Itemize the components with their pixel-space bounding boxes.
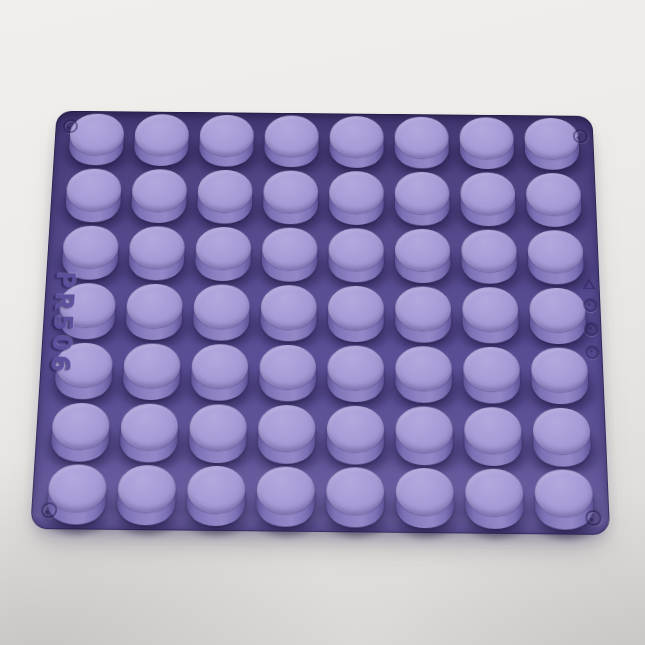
mold-cavity-bump — [110, 463, 182, 527]
mold-cavity-bump — [321, 343, 389, 404]
circle-mark-4 — [584, 345, 599, 359]
circle-mark-3 — [583, 322, 598, 336]
bump-top-face — [465, 469, 523, 516]
mold-cavity-bump — [256, 226, 323, 285]
bump-top-face — [460, 117, 514, 158]
bump-top-face — [258, 405, 315, 451]
bump-top-face — [265, 115, 319, 156]
bump-top-face — [524, 118, 579, 159]
mold-cavity-bump — [116, 341, 186, 402]
bump-top-face — [189, 404, 247, 450]
bump-top-face — [395, 286, 450, 330]
mold-cavity-bump — [187, 283, 256, 343]
bump-top-face — [535, 470, 594, 517]
corner-dimple-top-right — [573, 129, 588, 143]
bump-top-face — [328, 345, 384, 390]
mold-cavity-bump — [527, 406, 598, 469]
mold-cavity-bump — [182, 402, 253, 465]
mold-cavity-bump — [185, 342, 255, 403]
bump-top-face — [327, 406, 384, 452]
mold-cavity-bump — [250, 465, 321, 529]
bump-top-face — [533, 408, 591, 454]
mold-cavity-bump — [113, 402, 184, 465]
bump-top-face — [261, 285, 317, 329]
bump-top-face — [396, 406, 453, 452]
bump-top-face — [329, 171, 383, 213]
mold-cavity-bump — [390, 344, 459, 405]
mold-cavity-bump — [389, 227, 456, 286]
mold-cavity-bump — [522, 228, 591, 287]
mold-cavity-bump — [455, 227, 523, 286]
mold-cavity-bump — [125, 168, 193, 225]
bump-top-face — [193, 284, 249, 328]
mold-cavity-bump — [59, 167, 128, 224]
mold-cavity-bump — [128, 112, 195, 168]
corner-dimple-bottom-right — [585, 510, 602, 526]
mold-cavity-bump — [324, 114, 389, 170]
bump-top-face — [395, 229, 450, 272]
mold-cavity-bump — [191, 168, 258, 225]
mold-cavity-bump — [321, 404, 390, 467]
mold-cavity-bump — [253, 343, 322, 404]
mold-cavity-bump — [458, 405, 528, 468]
silicone-mold: PR506 — [30, 111, 610, 535]
bump-top-face — [462, 287, 518, 331]
mold-cavity-bump — [252, 403, 322, 466]
mold-cavity-bump — [119, 282, 189, 342]
bump-top-face — [199, 115, 253, 156]
bump-top-face — [463, 346, 520, 391]
mold-cavity-bump — [322, 284, 390, 344]
mold-cavity-bump — [189, 225, 257, 284]
bump-top-face — [395, 172, 449, 214]
bump-top-face — [330, 116, 383, 157]
mold-cavity-bump — [459, 467, 530, 531]
bump-top-face — [461, 229, 516, 272]
bump-top-face — [263, 171, 318, 213]
bump-top-face — [460, 173, 515, 215]
mold-cavity-bump — [193, 113, 260, 169]
photo-background: PR506 — [0, 0, 645, 645]
bump-top-face — [396, 346, 452, 391]
bump-top-face — [326, 468, 383, 515]
mold-cavity-bump — [122, 224, 191, 282]
bump-top-face — [257, 467, 315, 514]
mold-cavity-bump — [455, 171, 522, 228]
bump-top-face — [526, 173, 581, 215]
mold-cavity-bump — [454, 115, 520, 171]
mold-cavity-bump — [389, 170, 455, 227]
bump-top-face — [531, 347, 588, 392]
mold-cavity-bump — [518, 116, 585, 172]
bump-top-face — [395, 117, 449, 158]
mold-cavity-bump — [44, 401, 116, 464]
mold-cavity-bump — [520, 171, 588, 228]
mold-cavity-bump — [389, 285, 457, 345]
mold-cavity-bump — [180, 464, 251, 528]
circle-mark-2 — [582, 298, 597, 312]
mold-cavity-bump — [257, 169, 324, 226]
bump-top-face — [262, 227, 317, 270]
bump-top-face — [464, 407, 521, 453]
mold-cavity-bump — [258, 114, 324, 170]
bump-top-face — [396, 468, 453, 515]
bump-top-face — [328, 286, 383, 330]
triangle-mark-1 — [582, 278, 596, 289]
mold-cavity-bump — [320, 466, 390, 530]
mold-cavity-bump — [390, 404, 459, 467]
bump-top-face — [259, 344, 315, 389]
mold-cavity-bump — [323, 226, 390, 285]
mold-cavity-bump — [457, 345, 526, 406]
cavity-grid — [30, 111, 610, 535]
mold-cavity-bump — [456, 285, 525, 345]
embossed-model-number: PR506 — [45, 271, 80, 376]
mold-cavity-bump — [254, 283, 322, 343]
bump-top-face — [529, 288, 586, 332]
bump-top-face — [134, 114, 189, 155]
mold-cavity-bump — [390, 466, 460, 530]
mold-cavity-bump — [323, 170, 389, 227]
mold-cavity-bump — [389, 115, 455, 171]
bump-top-face — [329, 228, 384, 271]
